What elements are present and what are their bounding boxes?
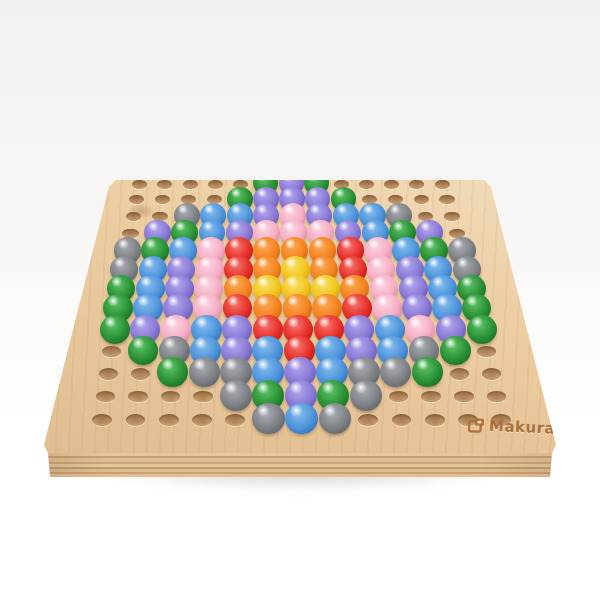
empty-hole[interactable] [392, 414, 412, 426]
empty-hole[interactable] [414, 195, 430, 204]
green-ball[interactable] [412, 357, 444, 387]
empty-hole[interactable] [96, 391, 116, 403]
empty-hole[interactable] [161, 391, 181, 403]
empty-hole[interactable] [409, 180, 424, 189]
brand-logo: Makura [467, 412, 568, 442]
green-ball[interactable] [157, 357, 189, 387]
gray-ball[interactable] [189, 357, 221, 387]
empty-hole[interactable] [487, 391, 507, 403]
green-ball[interactable] [128, 336, 159, 366]
gray-ball[interactable] [350, 380, 382, 411]
empty-hole[interactable] [439, 195, 455, 204]
empty-hole[interactable] [132, 180, 147, 189]
empty-hole[interactable] [192, 414, 212, 426]
empty-hole[interactable] [454, 391, 474, 403]
green-ball[interactable] [440, 336, 471, 366]
empty-hole[interactable] [126, 414, 146, 426]
empty-hole[interactable] [128, 391, 148, 403]
empty-hole[interactable] [193, 391, 213, 403]
gray-ball[interactable] [380, 357, 412, 387]
gray-ball[interactable] [319, 403, 352, 435]
makura-logo-icon [468, 417, 486, 434]
empty-hole[interactable] [384, 180, 399, 189]
gray-ball[interactable] [252, 403, 285, 435]
empty-hole[interactable] [126, 212, 142, 222]
plywood-edge-shading [0, 453, 600, 477]
empty-hole[interactable] [359, 180, 374, 189]
empty-hole[interactable] [225, 414, 245, 426]
empty-hole[interactable] [159, 414, 179, 426]
empty-hole[interactable] [358, 414, 378, 426]
green-ball[interactable] [467, 315, 497, 344]
empty-hole[interactable] [389, 391, 409, 403]
empty-hole[interactable] [131, 368, 150, 380]
gray-ball[interactable] [220, 380, 252, 411]
empty-hole[interactable] [183, 180, 198, 189]
empty-hole[interactable] [444, 212, 460, 222]
blue-ball[interactable] [285, 403, 318, 435]
mosaic-board: Makura [0, 0, 600, 600]
product-photo-scene: Makura [0, 0, 600, 600]
empty-hole[interactable] [450, 368, 469, 380]
empty-hole[interactable] [157, 180, 172, 189]
empty-hole[interactable] [102, 346, 121, 357]
empty-hole[interactable] [208, 180, 223, 189]
empty-hole[interactable] [482, 368, 501, 380]
empty-hole[interactable] [425, 414, 445, 426]
brand-logo-text: Makura [489, 417, 556, 438]
green-ball[interactable] [100, 315, 130, 344]
empty-hole[interactable] [155, 195, 171, 204]
empty-hole[interactable] [92, 414, 112, 426]
empty-hole[interactable] [421, 391, 441, 403]
empty-hole[interactable] [435, 180, 450, 189]
empty-hole[interactable] [477, 346, 496, 357]
empty-hole[interactable] [99, 368, 118, 380]
